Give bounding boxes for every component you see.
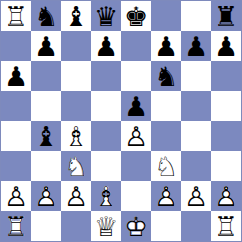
square-e8[interactable]: ♚ [121, 1, 151, 31]
square-a7[interactable] [1, 31, 31, 61]
black-pawn[interactable]: ♟ [181, 31, 211, 61]
square-g8[interactable] [181, 1, 211, 31]
square-a1[interactable]: ♜♖ [1, 211, 31, 241]
white-piece-outline: ♙ [1, 181, 31, 211]
square-g7[interactable]: ♟ [181, 31, 211, 61]
square-g4[interactable] [181, 121, 211, 151]
white-rook[interactable]: ♜♖ [1, 211, 31, 241]
white-rook[interactable]: ♜♖ [211, 211, 241, 241]
square-c1[interactable] [61, 211, 91, 241]
square-h6[interactable] [211, 61, 241, 91]
square-h2[interactable]: ♟♙ [211, 181, 241, 211]
white-rook[interactable]: ♜♖ [1, 1, 31, 31]
square-h7[interactable]: ♟ [211, 31, 241, 61]
white-knight[interactable]: ♞♘ [61, 151, 91, 181]
square-f6[interactable]: ♞ [151, 61, 181, 91]
square-h8[interactable]: ♜ [211, 1, 241, 31]
square-c5[interactable] [61, 91, 91, 121]
square-e7[interactable] [121, 31, 151, 61]
square-g6[interactable] [181, 61, 211, 91]
square-d6[interactable] [91, 61, 121, 91]
square-b5[interactable] [31, 91, 61, 121]
white-piece-outline: ♙ [211, 181, 241, 211]
square-g5[interactable] [181, 91, 211, 121]
square-d2[interactable]: ♝♗ [91, 181, 121, 211]
square-b3[interactable] [31, 151, 61, 181]
black-queen[interactable]: ♛ [91, 1, 121, 31]
white-piece-outline: ♖ [1, 1, 31, 31]
square-h4[interactable] [211, 121, 241, 151]
white-piece-outline: ♗ [91, 181, 121, 211]
square-c2[interactable]: ♟♙ [61, 181, 91, 211]
black-king[interactable]: ♚ [121, 1, 151, 31]
square-a2[interactable]: ♟♙ [1, 181, 31, 211]
white-piece-outline: ♘ [61, 151, 91, 181]
black-pawn[interactable]: ♟ [151, 31, 181, 61]
white-pawn[interactable]: ♟♙ [181, 181, 211, 211]
square-a3[interactable] [1, 151, 31, 181]
black-bishop[interactable]: ♝ [61, 1, 91, 31]
white-pawn[interactable]: ♟♙ [211, 181, 241, 211]
white-bishop[interactable]: ♝♗ [91, 181, 121, 211]
black-knight[interactable]: ♞ [31, 1, 61, 31]
black-pawn[interactable]: ♟ [91, 31, 121, 61]
chess-board: ♜♖♞♝♛♚♜♟♟♟♟♟♟♞♟♝♝♗♟♙♞♘♞♘♟♙♟♙♟♙♝♗♟♙♟♙♟♙♜♖… [0, 0, 242, 242]
square-e1[interactable]: ♚♔ [121, 211, 151, 241]
square-d3[interactable] [91, 151, 121, 181]
white-piece-outline: ♙ [151, 181, 181, 211]
white-piece-outline: ♖ [1, 211, 31, 241]
white-piece-outline: ♖ [211, 211, 241, 241]
square-c7[interactable] [61, 31, 91, 61]
square-h1[interactable]: ♜♖ [211, 211, 241, 241]
square-g2[interactable]: ♟♙ [181, 181, 211, 211]
white-pawn[interactable]: ♟♙ [61, 181, 91, 211]
square-f2[interactable]: ♟♙ [151, 181, 181, 211]
square-c8[interactable]: ♝ [61, 1, 91, 31]
white-piece-outline: ♕ [91, 211, 121, 241]
black-pawn[interactable]: ♟ [211, 31, 241, 61]
square-f5[interactable] [151, 91, 181, 121]
black-bishop[interactable]: ♝ [31, 121, 61, 151]
square-d5[interactable] [91, 91, 121, 121]
square-f1[interactable] [151, 211, 181, 241]
white-piece-outline: ♗ [61, 121, 91, 151]
white-knight[interactable]: ♞♘ [151, 151, 181, 181]
square-d4[interactable] [91, 121, 121, 151]
black-knight[interactable]: ♞ [151, 61, 181, 91]
white-bishop[interactable]: ♝♗ [61, 121, 91, 151]
white-piece-outline: ♘ [151, 151, 181, 181]
white-piece-outline: ♔ [121, 211, 151, 241]
square-g1[interactable] [181, 211, 211, 241]
square-f3[interactable]: ♞♘ [151, 151, 181, 181]
square-b6[interactable] [31, 61, 61, 91]
square-h3[interactable] [211, 151, 241, 181]
square-a6[interactable]: ♟ [1, 61, 31, 91]
square-a8[interactable]: ♜♖ [1, 1, 31, 31]
square-e6[interactable] [121, 61, 151, 91]
square-d1[interactable]: ♛♕ [91, 211, 121, 241]
square-b4[interactable]: ♝ [31, 121, 61, 151]
square-e5[interactable]: ♟ [121, 91, 151, 121]
black-pawn[interactable]: ♟ [1, 61, 31, 91]
square-b8[interactable]: ♞ [31, 1, 61, 31]
square-f8[interactable] [151, 1, 181, 31]
white-piece-outline: ♙ [181, 181, 211, 211]
square-h5[interactable] [211, 91, 241, 121]
square-c3[interactable]: ♞♘ [61, 151, 91, 181]
square-f7[interactable]: ♟ [151, 31, 181, 61]
white-piece-outline: ♙ [31, 181, 61, 211]
white-queen[interactable]: ♛♕ [91, 211, 121, 241]
square-c4[interactable]: ♝♗ [61, 121, 91, 151]
white-pawn[interactable]: ♟♙ [121, 121, 151, 151]
square-c6[interactable] [61, 61, 91, 91]
square-b2[interactable]: ♟♙ [31, 181, 61, 211]
square-e4[interactable]: ♟♙ [121, 121, 151, 151]
white-pawn[interactable]: ♟♙ [1, 181, 31, 211]
black-rook[interactable]: ♜ [211, 1, 241, 31]
square-g3[interactable] [181, 151, 211, 181]
white-piece-outline: ♙ [121, 121, 151, 151]
black-pawn[interactable]: ♟ [121, 91, 151, 121]
white-piece-outline: ♙ [61, 181, 91, 211]
white-pawn[interactable]: ♟♙ [151, 181, 181, 211]
square-b1[interactable] [31, 211, 61, 241]
white-king[interactable]: ♚♔ [121, 211, 151, 241]
square-a4[interactable] [1, 121, 31, 151]
square-b7[interactable]: ♟ [31, 31, 61, 61]
square-d7[interactable]: ♟ [91, 31, 121, 61]
square-d8[interactable]: ♛ [91, 1, 121, 31]
black-pawn[interactable]: ♟ [31, 31, 61, 61]
square-e2[interactable] [121, 181, 151, 211]
square-a5[interactable] [1, 91, 31, 121]
white-pawn[interactable]: ♟♙ [31, 181, 61, 211]
square-e3[interactable] [121, 151, 151, 181]
square-f4[interactable] [151, 121, 181, 151]
